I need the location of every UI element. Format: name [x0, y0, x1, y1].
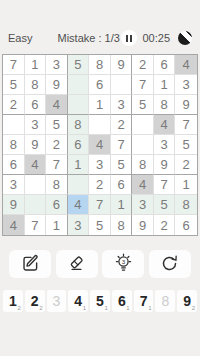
sudoku-cell-r5c9[interactable]: 5 [175, 135, 197, 155]
pause-icon [126, 35, 128, 42]
sudoku-cell-r5c7[interactable] [132, 135, 154, 155]
sudoku-cell-r8c3[interactable]: 6 [46, 195, 68, 215]
sudoku-cell-r4c9[interactable]: 7 [175, 115, 197, 135]
eraser-icon [66, 253, 87, 274]
sudoku-cell-r5c4[interactable]: 6 [68, 135, 90, 155]
sudoku-cell-r6c7[interactable]: 8 [132, 155, 154, 175]
sudoku-cell-r7c6[interactable]: 6 [111, 175, 133, 195]
sudoku-cell-r2c4[interactable] [68, 75, 90, 95]
sudoku-cell-r7c2[interactable] [25, 175, 47, 195]
sudoku-cell-r2c3[interactable]: 9 [46, 75, 68, 95]
sudoku-cell-r1c1[interactable]: 7 [3, 55, 25, 75]
sudoku-cell-r8c7[interactable]: 3 [132, 195, 154, 215]
number-label: 5 [96, 293, 104, 309]
number-button-5[interactable]: 51 [90, 290, 110, 312]
sudoku-cell-r9c3[interactable]: 1 [46, 215, 68, 235]
sudoku-cell-r3c7[interactable]: 5 [132, 95, 154, 115]
sudoku-cell-r8c5[interactable]: 7 [89, 195, 111, 215]
sudoku-cell-r7c7[interactable]: 4 [132, 175, 154, 195]
number-button-7[interactable]: 71 [134, 290, 154, 312]
mistake-counter: Mistake : 1/3 [57, 32, 119, 44]
hint-count-badge: 3 [122, 258, 126, 265]
sudoku-cell-r6c6[interactable]: 5 [111, 155, 133, 175]
sudoku-cell-r9c2[interactable]: 7 [25, 215, 47, 235]
sudoku-cell-r2c1[interactable]: 5 [3, 75, 25, 95]
sudoku-cell-r2c7[interactable]: 7 [132, 75, 154, 95]
number-button-4[interactable]: 41 [68, 290, 88, 312]
number-button-9[interactable]: 92 [177, 290, 197, 312]
sudoku-cell-r3c8[interactable]: 8 [154, 95, 176, 115]
sudoku-cell-r1c6[interactable]: 9 [111, 55, 133, 75]
sudoku-cell-r2c9[interactable]: 3 [175, 75, 197, 95]
sudoku-cell-r1c7[interactable]: 2 [132, 55, 154, 75]
sudoku-cell-r6c4[interactable]: 1 [68, 155, 90, 175]
sudoku-cell-r1c2[interactable]: 1 [25, 55, 47, 75]
sudoku-cell-r5c6[interactable]: 7 [111, 135, 133, 155]
sudoku-cell-r2c8[interactable]: 1 [154, 75, 176, 95]
remaining-count: 1 [83, 305, 86, 311]
sudoku-cell-r5c1[interactable]: 8 [3, 135, 25, 155]
remaining-count: 1 [126, 305, 129, 311]
sudoku-cell-r9c1[interactable]: 4 [3, 215, 25, 235]
sudoku-cell-r6c3[interactable]: 7 [46, 155, 68, 175]
number-button-6[interactable]: 61 [112, 290, 132, 312]
number-pad: 1222341516171892 [0, 290, 200, 312]
number-label: 3 [53, 293, 61, 309]
sudoku-cell-r1c4[interactable]: 5 [68, 55, 90, 75]
sudoku-cell-r9c8[interactable]: 2 [154, 215, 176, 235]
number-button-8[interactable]: 8 [155, 290, 175, 312]
sudoku-cell-r4c7[interactable] [132, 115, 154, 135]
sudoku-cell-r7c9[interactable]: 1 [175, 175, 197, 195]
lightbulb-icon: 3 [112, 252, 135, 275]
number-label: 7 [140, 293, 148, 309]
theme-toggle-icon[interactable] [178, 31, 192, 45]
sudoku-cell-r7c4[interactable] [68, 175, 90, 195]
pencil-square-icon [20, 253, 41, 274]
sudoku-cell-r1c9[interactable]: 4 [175, 55, 197, 75]
top-bar: Easy Mistake : 1/3 00:25 [8, 29, 194, 47]
refresh-icon [159, 253, 180, 274]
sudoku-cell-r5c3[interactable]: 2 [46, 135, 68, 155]
sudoku-cell-r6c5[interactable]: 3 [89, 155, 111, 175]
sudoku-cell-r8c4[interactable]: 4 [68, 195, 90, 215]
sudoku-cell-r3c1[interactable]: 2 [3, 95, 25, 115]
number-label: 8 [161, 293, 169, 309]
sudoku-cell-r3c3[interactable]: 4 [46, 95, 68, 115]
number-label: 9 [183, 293, 191, 309]
number-label: 1 [9, 293, 17, 309]
sudoku-cell-r9c5[interactable]: 5 [89, 215, 111, 235]
eraser-button[interactable] [56, 250, 98, 278]
sudoku-cell-r1c5[interactable]: 8 [89, 55, 111, 75]
sudoku-cell-r1c3[interactable]: 3 [46, 55, 68, 75]
timer: 00:25 [142, 32, 170, 44]
sudoku-cell-r2c5[interactable]: 6 [89, 75, 111, 95]
sudoku-cell-r9c4[interactable]: 3 [68, 215, 90, 235]
sudoku-cell-r7c8[interactable]: 7 [154, 175, 176, 195]
sudoku-cell-r9c7[interactable]: 9 [132, 215, 154, 235]
sudoku-cell-r8c2[interactable] [25, 195, 47, 215]
number-label: 4 [74, 293, 82, 309]
sudoku-cell-r8c8[interactable]: 5 [154, 195, 176, 215]
sudoku-cell-r4c6[interactable]: 2 [111, 115, 133, 135]
number-label: 6 [118, 293, 126, 309]
sudoku-cell-r6c9[interactable]: 2 [175, 155, 197, 175]
hint-button[interactable]: 3 [102, 250, 144, 278]
sudoku-cell-r5c2[interactable]: 9 [25, 135, 47, 155]
sudoku-board[interactable]: 7135892645896713264135893582478926473564… [2, 54, 198, 236]
number-label: 2 [31, 293, 39, 309]
sudoku-cell-r7c5[interactable]: 2 [89, 175, 111, 195]
sudoku-cell-r5c5[interactable]: 4 [89, 135, 111, 155]
number-button-2[interactable]: 22 [25, 290, 45, 312]
sudoku-cell-r3c2[interactable]: 6 [25, 95, 47, 115]
pause-icon [130, 35, 132, 42]
sudoku-cell-r8c6[interactable]: 1 [111, 195, 133, 215]
sudoku-cell-r3c9[interactable]: 9 [175, 95, 197, 115]
sudoku-cell-r3c6[interactable]: 3 [111, 95, 133, 115]
sudoku-cell-r6c8[interactable]: 9 [154, 155, 176, 175]
remaining-count: 2 [17, 305, 20, 311]
remaining-count: 2 [39, 305, 42, 311]
remaining-count: 1 [148, 305, 151, 311]
sudoku-cell-r2c6[interactable] [111, 75, 133, 95]
sudoku-cell-r7c1[interactable]: 3 [3, 175, 25, 195]
sudoku-cell-r4c4[interactable]: 8 [68, 115, 90, 135]
sudoku-cell-r6c2[interactable]: 4 [25, 155, 47, 175]
sudoku-cell-r4c3[interactable]: 5 [46, 115, 68, 135]
remaining-count: 2 [192, 305, 195, 311]
difficulty-label: Easy [8, 32, 32, 44]
sudoku-cell-r1c8[interactable]: 6 [154, 55, 176, 75]
sudoku-cell-r4c1[interactable] [3, 115, 25, 135]
sudoku-cell-r8c1[interactable]: 9 [3, 195, 25, 215]
sudoku-cell-r3c5[interactable]: 1 [89, 95, 111, 115]
sudoku-cell-r4c8[interactable]: 4 [154, 115, 176, 135]
sudoku-cell-r6c1[interactable]: 6 [3, 155, 25, 175]
sudoku-cell-r4c2[interactable]: 3 [25, 115, 47, 135]
number-button-3[interactable]: 3 [47, 290, 67, 312]
sudoku-cell-r2c2[interactable]: 8 [25, 75, 47, 95]
sudoku-cell-r7c3[interactable]: 8 [46, 175, 68, 195]
remaining-count: 1 [105, 305, 108, 311]
sudoku-cell-r9c9[interactable]: 6 [175, 215, 197, 235]
sudoku-cell-r9c6[interactable]: 8 [111, 215, 133, 235]
restart-button[interactable] [149, 250, 191, 278]
sudoku-cell-r4c5[interactable] [89, 115, 111, 135]
notes-button[interactable] [9, 250, 51, 278]
pause-button[interactable] [121, 30, 137, 46]
number-button-1[interactable]: 12 [3, 290, 23, 312]
sudoku-cell-r8c9[interactable]: 8 [175, 195, 197, 215]
toolbar: 3 [0, 249, 200, 278]
sudoku-cell-r3c4[interactable] [68, 95, 90, 115]
sudoku-cell-r5c8[interactable]: 3 [154, 135, 176, 155]
